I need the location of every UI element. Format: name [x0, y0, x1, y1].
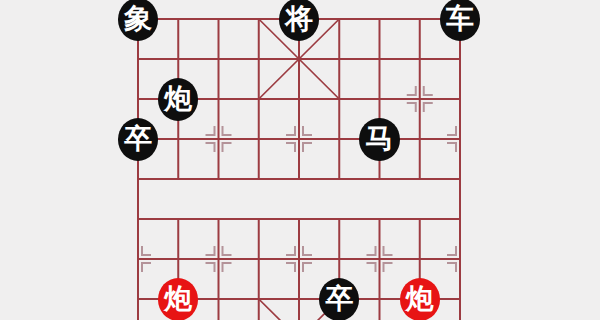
point-c1-r7[interactable]: 炮 [158, 279, 198, 319]
point-c6-r2[interactable] [359, 79, 399, 119]
point-c1-r2[interactable]: 炮 [158, 79, 198, 119]
piece-black-cannon[interactable]: 炮 [158, 78, 198, 121]
piece-black-chariot[interactable]: 车 [440, 0, 480, 41]
point-c2-r5[interactable] [198, 199, 238, 239]
point-c4-r4[interactable] [279, 159, 319, 199]
point-c3-r3[interactable] [239, 119, 279, 159]
point-c6-r0[interactable] [359, 0, 399, 39]
point-c2-r2[interactable] [198, 79, 238, 119]
piece-black-soldier[interactable]: 卒 [118, 118, 158, 161]
xiangqi-board[interactable]: 象将车炮卒马炮卒炮 [118, 0, 480, 319]
point-c1-r4[interactable] [158, 159, 198, 199]
point-c5-r7[interactable]: 卒 [319, 279, 359, 319]
point-c2-r0[interactable] [198, 0, 238, 39]
point-c2-r3[interactable] [198, 119, 238, 159]
point-c2-r1[interactable] [198, 39, 238, 79]
point-c0-r1[interactable] [118, 39, 158, 79]
piece-red-cannon[interactable]: 炮 [158, 278, 198, 320]
point-c6-r7[interactable] [359, 279, 399, 319]
point-c7-r1[interactable] [400, 39, 440, 79]
point-c1-r6[interactable] [158, 239, 198, 279]
point-c3-r1[interactable] [239, 39, 279, 79]
point-c3-r7[interactable] [239, 279, 279, 319]
piece-red-cannon[interactable]: 炮 [400, 278, 440, 320]
piece-black-elephant[interactable]: 象 [118, 0, 158, 41]
point-c8-r6[interactable] [440, 239, 480, 279]
point-c7-r2[interactable] [400, 79, 440, 119]
point-c8-r0[interactable]: 车 [440, 0, 480, 39]
point-c5-r6[interactable] [319, 239, 359, 279]
point-c4-r7[interactable] [279, 279, 319, 319]
point-c0-r4[interactable] [118, 159, 158, 199]
point-c3-r4[interactable] [239, 159, 279, 199]
point-c4-r3[interactable] [279, 119, 319, 159]
point-c3-r2[interactable] [239, 79, 279, 119]
point-c7-r7[interactable]: 炮 [400, 279, 440, 319]
xiangqi-app-screen: 象将车炮卒马炮卒炮 [0, 0, 600, 320]
point-c4-r2[interactable] [279, 79, 319, 119]
point-c0-r0[interactable]: 象 [118, 0, 158, 39]
point-c0-r2[interactable] [118, 79, 158, 119]
point-c2-r7[interactable] [198, 279, 238, 319]
piece-black-general[interactable]: 将 [279, 0, 319, 41]
point-c6-r6[interactable] [359, 239, 399, 279]
point-c6-r1[interactable] [359, 39, 399, 79]
point-c0-r3[interactable]: 卒 [118, 119, 158, 159]
point-c0-r5[interactable] [118, 199, 158, 239]
point-c1-r1[interactable] [158, 39, 198, 79]
point-c1-r3[interactable] [158, 119, 198, 159]
point-c7-r0[interactable] [400, 0, 440, 39]
point-c7-r6[interactable] [400, 239, 440, 279]
point-c8-r1[interactable] [440, 39, 480, 79]
point-c8-r7[interactable] [440, 279, 480, 319]
point-c2-r6[interactable] [198, 239, 238, 279]
point-c5-r4[interactable] [319, 159, 359, 199]
point-c5-r1[interactable] [319, 39, 359, 79]
point-c3-r5[interactable] [239, 199, 279, 239]
point-c7-r4[interactable] [400, 159, 440, 199]
point-c4-r6[interactable] [279, 239, 319, 279]
point-c3-r6[interactable] [239, 239, 279, 279]
point-c4-r5[interactable] [279, 199, 319, 239]
point-c1-r0[interactable] [158, 0, 198, 39]
point-c7-r5[interactable] [400, 199, 440, 239]
piece-black-soldier[interactable]: 卒 [319, 278, 359, 320]
point-c6-r5[interactable] [359, 199, 399, 239]
point-c6-r4[interactable] [359, 159, 399, 199]
point-c8-r2[interactable] [440, 79, 480, 119]
point-c0-r7[interactable] [118, 279, 158, 319]
point-c5-r2[interactable] [319, 79, 359, 119]
point-c7-r3[interactable] [400, 119, 440, 159]
point-c8-r3[interactable] [440, 119, 480, 159]
point-c4-r0[interactable]: 将 [279, 0, 319, 39]
point-c5-r3[interactable] [319, 119, 359, 159]
point-c5-r0[interactable] [319, 0, 359, 39]
point-c5-r5[interactable] [319, 199, 359, 239]
point-c3-r0[interactable] [239, 0, 279, 39]
point-c8-r4[interactable] [440, 159, 480, 199]
point-c6-r3[interactable]: 马 [359, 119, 399, 159]
piece-black-horse[interactable]: 马 [359, 118, 399, 161]
point-c8-r5[interactable] [440, 199, 480, 239]
point-c1-r5[interactable] [158, 199, 198, 239]
point-c0-r6[interactable] [118, 239, 158, 279]
point-c2-r4[interactable] [198, 159, 238, 199]
point-c4-r1[interactable] [279, 39, 319, 79]
